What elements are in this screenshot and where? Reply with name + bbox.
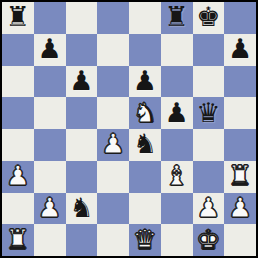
square-c4[interactable] [66,129,98,161]
square-g8[interactable]: ♚ [193,2,225,34]
square-h2[interactable]: ♟ [224,193,256,225]
square-a6[interactable] [2,66,34,98]
white-pawn[interactable]: ♟ [101,130,125,157]
square-d7[interactable] [97,34,129,66]
square-a1[interactable]: ♜ [2,224,34,256]
black-pawn[interactable]: ♟ [38,35,62,62]
square-g6[interactable] [193,66,225,98]
chess-board: ♜♜♚♟♟♟♟♞♟♛♟♞♟♝♜♟♞♟♟♜♛♚ [0,0,258,258]
square-b7[interactable]: ♟ [34,34,66,66]
black-queen[interactable]: ♛ [196,99,220,126]
square-e3[interactable] [129,161,161,193]
square-h5[interactable] [224,97,256,129]
square-c2[interactable]: ♞ [66,193,98,225]
square-f1[interactable] [161,224,193,256]
square-e8[interactable] [129,2,161,34]
square-g7[interactable] [193,34,225,66]
square-d1[interactable] [97,224,129,256]
square-c8[interactable] [66,2,98,34]
square-f8[interactable]: ♜ [161,2,193,34]
black-knight[interactable]: ♞ [133,130,157,157]
black-rook[interactable]: ♜ [165,3,189,30]
square-a4[interactable] [2,129,34,161]
square-e2[interactable] [129,193,161,225]
square-g4[interactable] [193,129,225,161]
square-e4[interactable]: ♞ [129,129,161,161]
white-rook[interactable]: ♜ [6,226,30,253]
square-c5[interactable] [66,97,98,129]
square-f2[interactable] [161,193,193,225]
square-e5[interactable]: ♞ [129,97,161,129]
square-d2[interactable] [97,193,129,225]
square-d8[interactable] [97,2,129,34]
square-b5[interactable] [34,97,66,129]
white-rook[interactable]: ♜ [228,162,252,189]
square-e1[interactable]: ♛ [129,224,161,256]
square-a8[interactable]: ♜ [2,2,34,34]
white-pawn[interactable]: ♟ [38,194,62,221]
square-a7[interactable] [2,34,34,66]
white-bishop[interactable]: ♝ [165,162,189,189]
square-b8[interactable] [34,2,66,34]
square-g3[interactable] [193,161,225,193]
black-pawn[interactable]: ♟ [69,67,93,94]
square-b4[interactable] [34,129,66,161]
black-pawn[interactable]: ♟ [133,67,157,94]
square-b6[interactable] [34,66,66,98]
square-b3[interactable] [34,161,66,193]
black-knight[interactable]: ♞ [69,194,93,221]
square-h1[interactable] [224,224,256,256]
square-h6[interactable] [224,66,256,98]
square-h4[interactable] [224,129,256,161]
black-pawn[interactable]: ♟ [228,35,252,62]
square-b2[interactable]: ♟ [34,193,66,225]
square-c3[interactable] [66,161,98,193]
square-d5[interactable] [97,97,129,129]
square-c1[interactable] [66,224,98,256]
square-c6[interactable]: ♟ [66,66,98,98]
square-c7[interactable] [66,34,98,66]
white-pawn[interactable]: ♟ [6,162,30,189]
white-king[interactable]: ♚ [196,226,220,253]
square-f5[interactable]: ♟ [161,97,193,129]
black-pawn[interactable]: ♟ [165,99,189,126]
square-e7[interactable] [129,34,161,66]
square-f4[interactable] [161,129,193,161]
black-rook[interactable]: ♜ [6,3,30,30]
black-king[interactable]: ♚ [196,3,220,30]
square-a3[interactable]: ♟ [2,161,34,193]
square-f6[interactable] [161,66,193,98]
square-a2[interactable] [2,193,34,225]
square-h3[interactable]: ♜ [224,161,256,193]
white-queen[interactable]: ♛ [133,226,157,253]
square-d3[interactable] [97,161,129,193]
white-pawn[interactable]: ♟ [228,194,252,221]
square-f7[interactable] [161,34,193,66]
square-g1[interactable]: ♚ [193,224,225,256]
square-b1[interactable] [34,224,66,256]
square-e6[interactable]: ♟ [129,66,161,98]
square-d4[interactable]: ♟ [97,129,129,161]
white-pawn[interactable]: ♟ [196,194,220,221]
square-d6[interactable] [97,66,129,98]
white-knight[interactable]: ♞ [133,99,157,126]
square-h8[interactable] [224,2,256,34]
square-g5[interactable]: ♛ [193,97,225,129]
square-h7[interactable]: ♟ [224,34,256,66]
square-g2[interactable]: ♟ [193,193,225,225]
square-f3[interactable]: ♝ [161,161,193,193]
square-a5[interactable] [2,97,34,129]
